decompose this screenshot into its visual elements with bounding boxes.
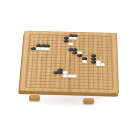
grid-line-v [45,35,48,88]
black-stone [63,39,68,42]
white-stone [68,42,73,45]
grid-line-v [107,36,108,89]
grid-line-v [74,36,75,89]
grid-line-v [79,36,80,89]
star-point [97,44,99,45]
grid-line-v [55,35,57,88]
grid-line-v [60,35,62,88]
grid-line-v [26,34,30,87]
board-grid [19,31,119,94]
product-photo-background [0,0,140,140]
grid-line-v [31,34,35,87]
white-stone [81,60,86,63]
grid-line-v [111,36,112,89]
grid-line-v [36,35,40,88]
star-point [97,79,99,80]
go-board [19,31,119,94]
star-point [40,78,42,79]
star-point [41,60,43,61]
black-stone [77,54,82,57]
grid-line-v [64,35,66,88]
grid-line-v [50,35,53,88]
board-perspective-wrapper [21,12,119,110]
white-stone [72,74,77,77]
